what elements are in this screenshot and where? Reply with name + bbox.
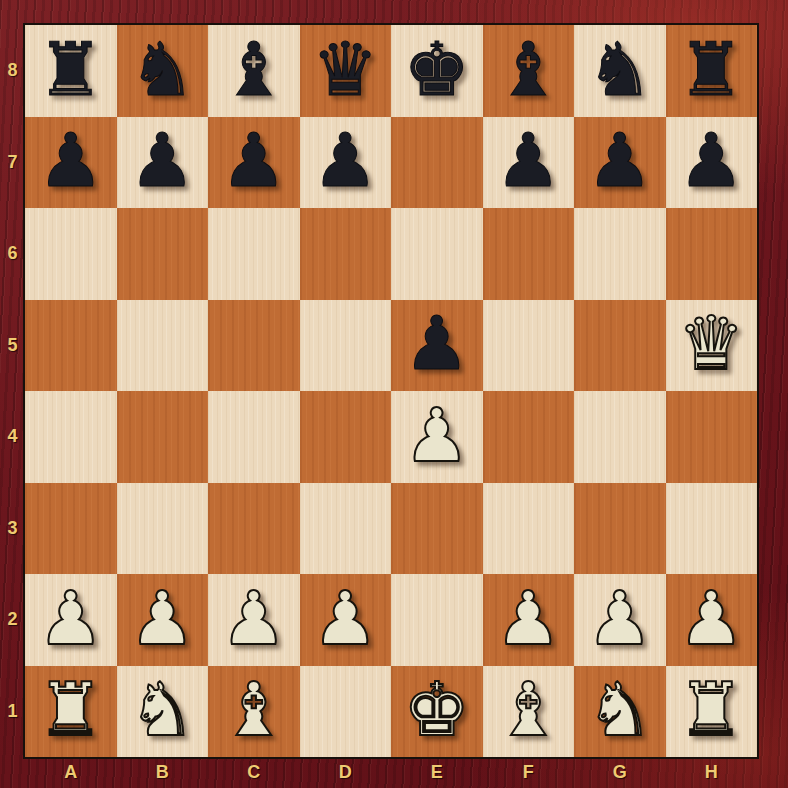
square-h4[interactable]	[666, 391, 758, 483]
square-d1[interactable]	[300, 666, 392, 758]
square-f5[interactable]	[483, 300, 575, 392]
piece-black-pawn-g7[interactable]: ♟	[587, 123, 653, 197]
piece-black-queen-d8[interactable]: ♛	[312, 32, 378, 106]
piece-black-pawn-e5[interactable]: ♟	[404, 306, 470, 380]
square-b1[interactable]: ♞	[117, 666, 209, 758]
square-d5[interactable]	[300, 300, 392, 392]
piece-white-pawn-b2[interactable]: ♟	[129, 581, 195, 655]
square-b8[interactable]: ♞	[117, 25, 209, 117]
piece-black-rook-h8[interactable]: ♜	[678, 32, 744, 106]
board-frame: 87654321 ABCDEFGH ♜♞♝♛♚♝♞♜♟♟♟♟♟♟♟♟♛♟♟♟♟♟…	[0, 0, 788, 788]
file-label-h: H	[666, 757, 758, 788]
rank-label-4: 4	[0, 391, 25, 483]
square-b3[interactable]	[117, 483, 209, 575]
piece-white-pawn-c2[interactable]: ♟	[221, 581, 287, 655]
piece-white-pawn-f2[interactable]: ♟	[495, 581, 561, 655]
piece-white-bishop-f1[interactable]: ♝	[495, 672, 561, 746]
square-f3[interactable]	[483, 483, 575, 575]
file-label-a: A	[25, 757, 117, 788]
square-d7[interactable]: ♟	[300, 117, 392, 209]
square-b6[interactable]	[117, 208, 209, 300]
square-a3[interactable]	[25, 483, 117, 575]
rank-label-8: 8	[0, 25, 25, 117]
piece-white-pawn-d2[interactable]: ♟	[312, 581, 378, 655]
square-b5[interactable]	[117, 300, 209, 392]
square-a1[interactable]: ♜	[25, 666, 117, 758]
piece-white-rook-h1[interactable]: ♜	[678, 672, 744, 746]
square-c1[interactable]: ♝	[208, 666, 300, 758]
piece-white-bishop-c1[interactable]: ♝	[221, 672, 287, 746]
square-c2[interactable]: ♟	[208, 574, 300, 666]
square-d8[interactable]: ♛	[300, 25, 392, 117]
square-e7[interactable]	[391, 117, 483, 209]
square-b2[interactable]: ♟	[117, 574, 209, 666]
piece-white-king-e1[interactable]: ♚	[404, 672, 470, 746]
square-d6[interactable]	[300, 208, 392, 300]
piece-white-knight-g1[interactable]: ♞	[587, 672, 653, 746]
file-label-e: E	[391, 757, 483, 788]
rank-label-6: 6	[0, 208, 25, 300]
piece-black-knight-g8[interactable]: ♞	[587, 32, 653, 106]
square-b7[interactable]: ♟	[117, 117, 209, 209]
square-e6[interactable]	[391, 208, 483, 300]
piece-black-bishop-c8[interactable]: ♝	[221, 32, 287, 106]
square-c4[interactable]	[208, 391, 300, 483]
square-d3[interactable]	[300, 483, 392, 575]
piece-white-pawn-a2[interactable]: ♟	[38, 581, 104, 655]
piece-black-pawn-d7[interactable]: ♟	[312, 123, 378, 197]
square-c3[interactable]	[208, 483, 300, 575]
square-g2[interactable]: ♟	[574, 574, 666, 666]
square-e8[interactable]: ♚	[391, 25, 483, 117]
rank-label-7: 7	[0, 117, 25, 209]
square-g4[interactable]	[574, 391, 666, 483]
file-label-d: D	[300, 757, 392, 788]
piece-black-king-e8[interactable]: ♚	[404, 32, 470, 106]
square-g5[interactable]	[574, 300, 666, 392]
square-a6[interactable]	[25, 208, 117, 300]
rank-label-3: 3	[0, 483, 25, 575]
square-f1[interactable]: ♝	[483, 666, 575, 758]
square-g7[interactable]: ♟	[574, 117, 666, 209]
square-h5[interactable]: ♛	[666, 300, 758, 392]
square-c6[interactable]	[208, 208, 300, 300]
piece-white-pawn-e4[interactable]: ♟	[404, 398, 470, 472]
piece-white-pawn-g2[interactable]: ♟	[587, 581, 653, 655]
file-label-g: G	[574, 757, 666, 788]
square-h8[interactable]: ♜	[666, 25, 758, 117]
rank-label-2: 2	[0, 574, 25, 666]
square-g6[interactable]	[574, 208, 666, 300]
square-f8[interactable]: ♝	[483, 25, 575, 117]
square-a5[interactable]	[25, 300, 117, 392]
piece-black-pawn-h7[interactable]: ♟	[678, 123, 744, 197]
square-e1[interactable]: ♚	[391, 666, 483, 758]
file-labels: ABCDEFGH	[25, 757, 757, 788]
file-label-c: C	[208, 757, 300, 788]
square-a7[interactable]: ♟	[25, 117, 117, 209]
file-label-f: F	[483, 757, 575, 788]
square-c8[interactable]: ♝	[208, 25, 300, 117]
square-d4[interactable]	[300, 391, 392, 483]
square-g1[interactable]: ♞	[574, 666, 666, 758]
square-f2[interactable]: ♟	[483, 574, 575, 666]
square-a8[interactable]: ♜	[25, 25, 117, 117]
square-a4[interactable]	[25, 391, 117, 483]
square-c7[interactable]: ♟	[208, 117, 300, 209]
square-d2[interactable]: ♟	[300, 574, 392, 666]
chess-board: ♜♞♝♛♚♝♞♜♟♟♟♟♟♟♟♟♛♟♟♟♟♟♟♟♟♜♞♝♚♝♞♜	[25, 25, 757, 757]
square-f7[interactable]: ♟	[483, 117, 575, 209]
square-h3[interactable]	[666, 483, 758, 575]
piece-white-queen-h5[interactable]: ♛	[678, 306, 744, 380]
piece-black-pawn-f7[interactable]: ♟	[495, 123, 561, 197]
file-label-b: B	[117, 757, 209, 788]
piece-black-bishop-f8[interactable]: ♝	[495, 32, 561, 106]
square-f6[interactable]	[483, 208, 575, 300]
piece-white-knight-b1[interactable]: ♞	[129, 672, 195, 746]
square-f4[interactable]	[483, 391, 575, 483]
piece-white-pawn-h2[interactable]: ♟	[678, 581, 744, 655]
piece-white-rook-a1[interactable]: ♜	[38, 672, 104, 746]
square-e5[interactable]: ♟	[391, 300, 483, 392]
rank-label-5: 5	[0, 300, 25, 392]
piece-black-rook-a8[interactable]: ♜	[38, 32, 104, 106]
piece-black-pawn-a7[interactable]: ♟	[38, 123, 104, 197]
piece-black-knight-b8[interactable]: ♞	[129, 32, 195, 106]
square-e4[interactable]: ♟	[391, 391, 483, 483]
square-h7[interactable]: ♟	[666, 117, 758, 209]
square-e2[interactable]	[391, 574, 483, 666]
square-c5[interactable]	[208, 300, 300, 392]
square-a2[interactable]: ♟	[25, 574, 117, 666]
rank-labels: 87654321	[0, 25, 25, 757]
rank-label-1: 1	[0, 666, 25, 758]
square-h2[interactable]: ♟	[666, 574, 758, 666]
square-h6[interactable]	[666, 208, 758, 300]
piece-black-pawn-b7[interactable]: ♟	[129, 123, 195, 197]
square-b4[interactable]	[117, 391, 209, 483]
square-g3[interactable]	[574, 483, 666, 575]
piece-black-pawn-c7[interactable]: ♟	[221, 123, 287, 197]
square-h1[interactable]: ♜	[666, 666, 758, 758]
square-e3[interactable]	[391, 483, 483, 575]
square-g8[interactable]: ♞	[574, 25, 666, 117]
